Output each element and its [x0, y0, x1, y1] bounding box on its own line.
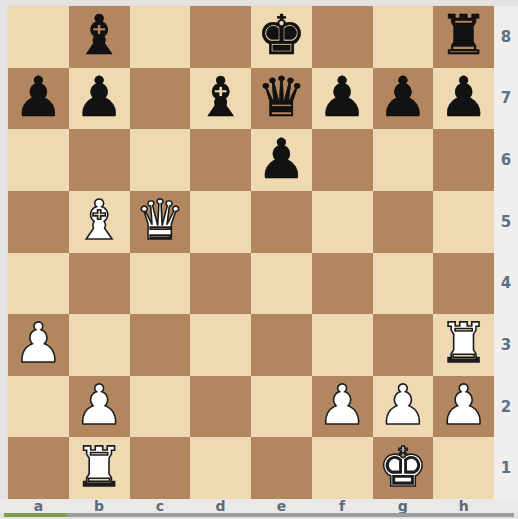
rank-label-8: 8 — [494, 6, 518, 68]
square-a2[interactable] — [8, 376, 69, 438]
square-b8[interactable]: ♝ — [69, 6, 130, 68]
square-a4[interactable] — [8, 253, 69, 315]
square-a1[interactable] — [8, 437, 69, 499]
square-g4[interactable] — [373, 253, 434, 315]
square-b6[interactable] — [69, 129, 130, 191]
square-e4[interactable] — [251, 253, 312, 315]
black-pawn-f7[interactable]: ♟ — [317, 70, 366, 125]
square-e2[interactable] — [251, 376, 312, 438]
square-d3[interactable] — [190, 314, 251, 376]
file-label-f: f — [312, 499, 373, 513]
square-c1[interactable] — [130, 437, 191, 499]
square-b7[interactable]: ♟ — [69, 68, 130, 130]
square-d5[interactable] — [190, 191, 251, 253]
square-c6[interactable] — [130, 129, 191, 191]
square-g7[interactable]: ♟ — [373, 68, 434, 130]
square-e5[interactable] — [251, 191, 312, 253]
square-a6[interactable] — [8, 129, 69, 191]
chess-app-window: ♝♚♜♟♟♝♛♟♟♟♟♝♛♟♜♟♟♟♟♜♚ 87654321 abcdefgh — [0, 0, 518, 519]
square-f6[interactable] — [312, 129, 373, 191]
white-king-g1[interactable]: ♚ — [378, 440, 427, 495]
black-pawn-a7[interactable]: ♟ — [14, 70, 63, 125]
black-pawn-e6[interactable]: ♟ — [257, 132, 306, 187]
square-c5[interactable]: ♛ — [130, 191, 191, 253]
black-king-e8[interactable]: ♚ — [257, 8, 306, 63]
white-bishop-b5[interactable]: ♝ — [74, 193, 123, 248]
file-coordinates: abcdefgh — [8, 499, 494, 513]
rank-label-5: 5 — [494, 191, 518, 253]
square-h5[interactable] — [433, 191, 494, 253]
square-b1[interactable]: ♜ — [69, 437, 130, 499]
square-c4[interactable] — [130, 253, 191, 315]
rank-label-3: 3 — [494, 314, 518, 376]
white-pawn-h2[interactable]: ♟ — [439, 378, 488, 433]
progress-bar — [4, 513, 514, 517]
rank-label-1: 1 — [494, 437, 518, 499]
square-g2[interactable]: ♟ — [373, 376, 434, 438]
square-b2[interactable]: ♟ — [69, 376, 130, 438]
white-pawn-b2[interactable]: ♟ — [74, 378, 123, 433]
white-rook-b1[interactable]: ♜ — [74, 440, 123, 495]
progress-bar-fill — [4, 513, 67, 517]
board: ♝♚♜♟♟♝♛♟♟♟♟♝♛♟♜♟♟♟♟♜♚ — [8, 6, 494, 499]
square-b3[interactable] — [69, 314, 130, 376]
black-bishop-d7[interactable]: ♝ — [196, 70, 245, 125]
black-queen-e7[interactable]: ♛ — [257, 70, 306, 125]
square-a3[interactable]: ♟ — [8, 314, 69, 376]
square-f1[interactable] — [312, 437, 373, 499]
square-d6[interactable] — [190, 129, 251, 191]
file-label-d: d — [190, 499, 251, 513]
square-e6[interactable]: ♟ — [251, 129, 312, 191]
square-h7[interactable]: ♟ — [433, 68, 494, 130]
square-c8[interactable] — [130, 6, 191, 68]
file-label-h: h — [433, 499, 494, 513]
square-c7[interactable] — [130, 68, 191, 130]
square-c2[interactable] — [130, 376, 191, 438]
black-bishop-b8[interactable]: ♝ — [74, 8, 123, 63]
file-label-b: b — [69, 499, 130, 513]
square-d7[interactable]: ♝ — [190, 68, 251, 130]
rank-label-2: 2 — [494, 376, 518, 438]
square-g1[interactable]: ♚ — [373, 437, 434, 499]
square-f4[interactable] — [312, 253, 373, 315]
rank-label-7: 7 — [494, 68, 518, 130]
square-g3[interactable] — [373, 314, 434, 376]
square-d4[interactable] — [190, 253, 251, 315]
square-d2[interactable] — [190, 376, 251, 438]
square-d1[interactable] — [190, 437, 251, 499]
square-f8[interactable] — [312, 6, 373, 68]
square-b5[interactable]: ♝ — [69, 191, 130, 253]
black-pawn-g7[interactable]: ♟ — [378, 70, 427, 125]
square-e7[interactable]: ♛ — [251, 68, 312, 130]
rank-coordinates: 87654321 — [494, 6, 518, 499]
black-rook-h8[interactable]: ♜ — [439, 8, 488, 63]
square-h1[interactable] — [433, 437, 494, 499]
square-a5[interactable] — [8, 191, 69, 253]
square-g8[interactable] — [373, 6, 434, 68]
square-f7[interactable]: ♟ — [312, 68, 373, 130]
square-g5[interactable] — [373, 191, 434, 253]
file-label-c: c — [130, 499, 191, 513]
file-label-g: g — [373, 499, 434, 513]
white-pawn-g2[interactable]: ♟ — [378, 378, 427, 433]
square-h2[interactable]: ♟ — [433, 376, 494, 438]
square-c3[interactable] — [130, 314, 191, 376]
file-coordinate-strip: abcdefgh — [0, 499, 518, 513]
square-h8[interactable]: ♜ — [433, 6, 494, 68]
white-pawn-f2[interactable]: ♟ — [317, 378, 366, 433]
square-h6[interactable] — [433, 129, 494, 191]
file-label-a: a — [8, 499, 69, 513]
square-a8[interactable] — [8, 6, 69, 68]
square-d8[interactable] — [190, 6, 251, 68]
file-label-e: e — [251, 499, 312, 513]
square-h4[interactable] — [433, 253, 494, 315]
square-a7[interactable]: ♟ — [8, 68, 69, 130]
white-pawn-a3[interactable]: ♟ — [14, 316, 63, 371]
white-rook-h3[interactable]: ♜ — [439, 316, 488, 371]
rank-label-4: 4 — [494, 253, 518, 315]
square-g6[interactable] — [373, 129, 434, 191]
square-b4[interactable] — [69, 253, 130, 315]
square-e8[interactable]: ♚ — [251, 6, 312, 68]
square-e3[interactable] — [251, 314, 312, 376]
square-f2[interactable]: ♟ — [312, 376, 373, 438]
rank-label-6: 6 — [494, 129, 518, 191]
black-pawn-b7[interactable]: ♟ — [74, 70, 123, 125]
square-h3[interactable]: ♜ — [433, 314, 494, 376]
square-e1[interactable] — [251, 437, 312, 499]
square-f3[interactable] — [312, 314, 373, 376]
black-pawn-h7[interactable]: ♟ — [439, 70, 488, 125]
white-queen-c5[interactable]: ♛ — [135, 193, 184, 248]
square-f5[interactable] — [312, 191, 373, 253]
